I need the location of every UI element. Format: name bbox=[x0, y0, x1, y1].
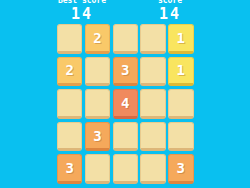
empty-tile-r3c1 bbox=[57, 89, 82, 119]
empty-tile-r4c3 bbox=[113, 122, 138, 152]
tile-2-r1c2: 2 bbox=[85, 24, 110, 54]
score-value: 14 bbox=[133, 7, 207, 22]
tile-2-r2c1: 2 bbox=[57, 57, 82, 87]
game-screen: Best score 14 score 14 212314333 bbox=[0, 0, 250, 188]
empty-tile-r4c5 bbox=[168, 122, 193, 152]
score-block: score 14 bbox=[133, 0, 207, 22]
empty-tile-r1c3 bbox=[113, 24, 138, 54]
tile-1-r2c5: 1 bbox=[168, 57, 193, 87]
empty-tile-r3c4 bbox=[140, 89, 165, 119]
tile-3-r5c1: 3 bbox=[57, 154, 82, 184]
tile-3-r2c3: 3 bbox=[113, 57, 138, 87]
empty-tile-r5c3 bbox=[113, 154, 138, 184]
best-score-value: 14 bbox=[45, 7, 119, 22]
best-score-block: Best score 14 bbox=[45, 0, 119, 22]
empty-tile-r3c2 bbox=[85, 89, 110, 119]
empty-tile-r1c4 bbox=[140, 24, 165, 54]
empty-tile-r4c1 bbox=[57, 122, 82, 152]
empty-tile-r1c1 bbox=[57, 24, 82, 54]
empty-tile-r2c2 bbox=[85, 57, 110, 87]
tile-1-r1c5: 1 bbox=[168, 24, 193, 54]
empty-tile-r3c5 bbox=[168, 89, 193, 119]
empty-tile-r2c4 bbox=[140, 57, 165, 87]
empty-tile-r5c4 bbox=[140, 154, 165, 184]
empty-tile-r5c2 bbox=[85, 154, 110, 184]
puzzle-board[interactable]: 212314333 bbox=[57, 24, 194, 184]
empty-tile-r4c4 bbox=[140, 122, 165, 152]
tile-4-r3c3: 4 bbox=[113, 89, 138, 119]
tile-3-r4c2: 3 bbox=[85, 122, 110, 152]
tile-3-r5c5: 3 bbox=[168, 154, 193, 184]
